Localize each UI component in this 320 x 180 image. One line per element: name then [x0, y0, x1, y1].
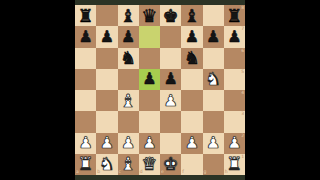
- square-a5[interactable]: [75, 69, 96, 90]
- black-pawn[interactable]: ♟: [206, 28, 220, 44]
- white-pawn[interactable]: ♟: [185, 135, 199, 151]
- square-e3[interactable]: [160, 111, 181, 132]
- white-pawn[interactable]: ♟: [100, 135, 114, 151]
- black-pawn[interactable]: ♟: [78, 28, 92, 44]
- square-b7[interactable]: ♟: [96, 26, 117, 47]
- square-e4[interactable]: ♟: [160, 90, 181, 111]
- square-d6[interactable]: [139, 48, 160, 69]
- square-e8[interactable]: ♚: [160, 5, 181, 26]
- white-rook[interactable]: ♜: [226, 155, 242, 173]
- square-e6[interactable]: [160, 48, 181, 69]
- letterbox-right: [245, 0, 320, 180]
- rank-label-4: 4: [241, 91, 244, 96]
- square-a2[interactable]: ♟: [75, 133, 96, 154]
- square-a6[interactable]: [75, 48, 96, 69]
- white-knight[interactable]: ♞: [99, 155, 115, 173]
- square-b5[interactable]: [96, 69, 117, 90]
- rank-label-3: 3: [241, 112, 244, 117]
- square-f3[interactable]: [181, 111, 202, 132]
- rank-label-5: 5: [241, 70, 244, 75]
- white-pawn[interactable]: ♟: [206, 135, 220, 151]
- square-f8[interactable]: ♝: [181, 5, 202, 26]
- square-b2[interactable]: ♟: [96, 133, 117, 154]
- black-pawn[interactable]: ♟: [163, 71, 177, 87]
- square-b3[interactable]: [96, 111, 117, 132]
- white-queen[interactable]: ♛: [141, 155, 157, 173]
- square-f2[interactable]: ♟: [181, 133, 202, 154]
- square-h1[interactable]: ♜1h: [224, 154, 245, 175]
- white-rook[interactable]: ♜: [78, 155, 94, 173]
- square-f4[interactable]: [181, 90, 202, 111]
- square-f5[interactable]: [181, 69, 202, 90]
- square-a1[interactable]: ♜a: [75, 154, 96, 175]
- black-bishop[interactable]: ♝: [184, 6, 200, 24]
- black-pawn[interactable]: ♟: [185, 28, 199, 44]
- square-e7[interactable]: [160, 26, 181, 47]
- square-g4[interactable]: [203, 90, 224, 111]
- square-g3[interactable]: [203, 111, 224, 132]
- square-d1[interactable]: ♛d: [139, 154, 160, 175]
- square-c6[interactable]: ♞: [118, 48, 139, 69]
- square-b6[interactable]: [96, 48, 117, 69]
- square-f6[interactable]: ♞: [181, 48, 202, 69]
- square-a8[interactable]: ♜: [75, 5, 96, 26]
- square-f7[interactable]: ♟: [181, 26, 202, 47]
- file-label-g: g: [204, 170, 207, 175]
- white-pawn[interactable]: ♟: [227, 135, 241, 151]
- black-rook[interactable]: ♜: [226, 6, 242, 24]
- square-g7[interactable]: ♟: [203, 26, 224, 47]
- square-b1[interactable]: ♞b: [96, 154, 117, 175]
- square-c7[interactable]: ♟: [118, 26, 139, 47]
- square-a7[interactable]: ♟: [75, 26, 96, 47]
- square-c8[interactable]: ♝: [118, 5, 139, 26]
- black-queen[interactable]: ♛: [141, 6, 157, 24]
- square-d4[interactable]: [139, 90, 160, 111]
- square-e1[interactable]: ♚e: [160, 154, 181, 175]
- letterbox-left: [0, 0, 75, 180]
- square-h3[interactable]: 3: [224, 111, 245, 132]
- black-bishop[interactable]: ♝: [120, 6, 136, 24]
- rank-label-2: 2: [241, 134, 244, 139]
- black-knight[interactable]: ♞: [184, 49, 200, 67]
- square-g1[interactable]: g: [203, 154, 224, 175]
- square-h4[interactable]: 4: [224, 90, 245, 111]
- square-g8[interactable]: [203, 5, 224, 26]
- square-d3[interactable]: [139, 111, 160, 132]
- square-c1[interactable]: ♝c: [118, 154, 139, 175]
- white-bishop[interactable]: ♝: [120, 155, 136, 173]
- black-pawn[interactable]: ♟: [121, 28, 135, 44]
- black-pawn[interactable]: ♟: [227, 28, 241, 44]
- square-f1[interactable]: f: [181, 154, 202, 175]
- square-c5[interactable]: [118, 69, 139, 90]
- square-d7[interactable]: [139, 26, 160, 47]
- square-h7[interactable]: ♟7: [224, 26, 245, 47]
- square-d8[interactable]: ♛: [139, 5, 160, 26]
- black-king[interactable]: ♚: [163, 6, 179, 24]
- square-d2[interactable]: ♟: [139, 133, 160, 154]
- square-e2[interactable]: [160, 133, 181, 154]
- square-g2[interactable]: ♟: [203, 133, 224, 154]
- file-label-f: f: [182, 170, 184, 175]
- rank-label-6: 6: [241, 49, 244, 54]
- square-h2[interactable]: ♟2: [224, 133, 245, 154]
- white-king[interactable]: ♚: [163, 155, 179, 173]
- square-a3[interactable]: [75, 111, 96, 132]
- black-rook[interactable]: ♜: [78, 6, 94, 24]
- black-pawn[interactable]: ♟: [142, 71, 156, 87]
- square-c3[interactable]: [118, 111, 139, 132]
- square-g6[interactable]: [203, 48, 224, 69]
- black-knight[interactable]: ♞: [120, 49, 136, 67]
- white-bishop[interactable]: ♝: [120, 91, 136, 109]
- square-h8[interactable]: ♜8: [224, 5, 245, 26]
- square-h6[interactable]: 6: [224, 48, 245, 69]
- black-pawn[interactable]: ♟: [100, 28, 114, 44]
- white-pawn[interactable]: ♟: [142, 135, 156, 151]
- white-pawn[interactable]: ♟: [78, 135, 92, 151]
- white-pawn[interactable]: ♟: [121, 135, 135, 151]
- white-knight[interactable]: ♞: [205, 70, 221, 88]
- square-c2[interactable]: ♟: [118, 133, 139, 154]
- video-frame: ♜♝♛♚♝♜8♟♟♟♟♟♟7♞♞6♟♟♞5♝♟43♟♟♟♟♟♟♟2♜a♞b♝c♛…: [0, 0, 320, 180]
- rank-label-7: 7: [241, 27, 244, 32]
- square-b8[interactable]: [96, 5, 117, 26]
- square-d5[interactable]: ♟: [139, 69, 160, 90]
- square-a4[interactable]: [75, 90, 96, 111]
- chess-board[interactable]: ♜♝♛♚♝♜8♟♟♟♟♟♟7♞♞6♟♟♞5♝♟43♟♟♟♟♟♟♟2♜a♞b♝c♛…: [75, 5, 245, 175]
- square-h5[interactable]: 5: [224, 69, 245, 90]
- square-g5[interactable]: ♞: [203, 69, 224, 90]
- square-e5[interactable]: ♟: [160, 69, 181, 90]
- white-pawn[interactable]: ♟: [163, 92, 177, 108]
- square-b4[interactable]: [96, 90, 117, 111]
- square-c4[interactable]: ♝: [118, 90, 139, 111]
- board-frame: ♜♝♛♚♝♜8♟♟♟♟♟♟7♞♞6♟♟♞5♝♟43♟♟♟♟♟♟♟2♜a♞b♝c♛…: [75, 0, 245, 180]
